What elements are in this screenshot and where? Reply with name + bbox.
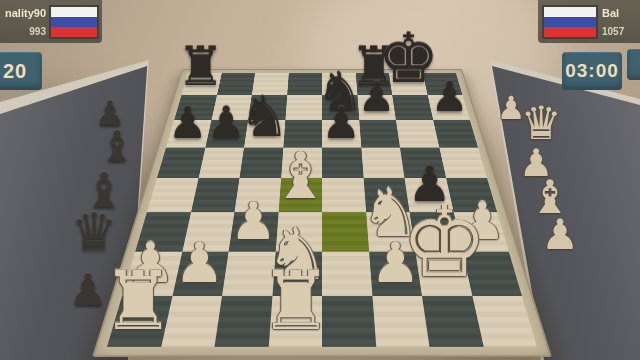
square-g7[interactable] [392, 95, 433, 120]
right-player-flag-russia-icon [542, 5, 598, 39]
square-f1[interactable] [372, 296, 430, 347]
black-pawn-h7[interactable]: ♟ [431, 76, 468, 117]
right-player-rating: 1057 [602, 26, 624, 37]
right-player-name: Bal [602, 7, 619, 19]
side-menu-button-partial[interactable] [627, 49, 640, 80]
square-a4[interactable] [147, 178, 198, 212]
white-bishop-d4[interactable]: ♝ [271, 144, 329, 209]
square-g6[interactable] [396, 120, 439, 147]
white-rook-a1[interactable]: ♜ [101, 261, 174, 342]
black-pawn-f7[interactable]: ♟ [358, 76, 395, 117]
white-rook-d1[interactable]: ♜ [259, 261, 332, 342]
chess-app-screen: ♜♜♚♞♟♟♟♟♞♟♟♝♟♞♟♟♟♞♟♚♜♜♟♝♝♛♟♟♛♟♝♟ nality9… [0, 0, 640, 360]
square-a5[interactable] [157, 147, 205, 178]
square-h1[interactable] [472, 296, 537, 347]
white-king-g2[interactable]: ♚ [401, 194, 488, 291]
black-rook-a8[interactable]: ♜ [177, 40, 225, 93]
white-pawn-b2[interactable]: ♟ [175, 235, 225, 291]
left-player-rating: 993 [2, 26, 46, 37]
square-b5[interactable] [198, 147, 244, 178]
square-f6[interactable] [359, 120, 400, 147]
black-knight-c6[interactable]: ♞ [239, 88, 290, 144]
left-player-flag-russia-icon [49, 5, 99, 39]
square-h6[interactable] [433, 120, 478, 147]
left-player-name: nality90 [2, 7, 46, 19]
black-pawn-a6[interactable]: ♟ [168, 101, 207, 145]
right-player-clock: 03:00 [562, 52, 622, 90]
left-player-clock: 20 [0, 52, 42, 90]
